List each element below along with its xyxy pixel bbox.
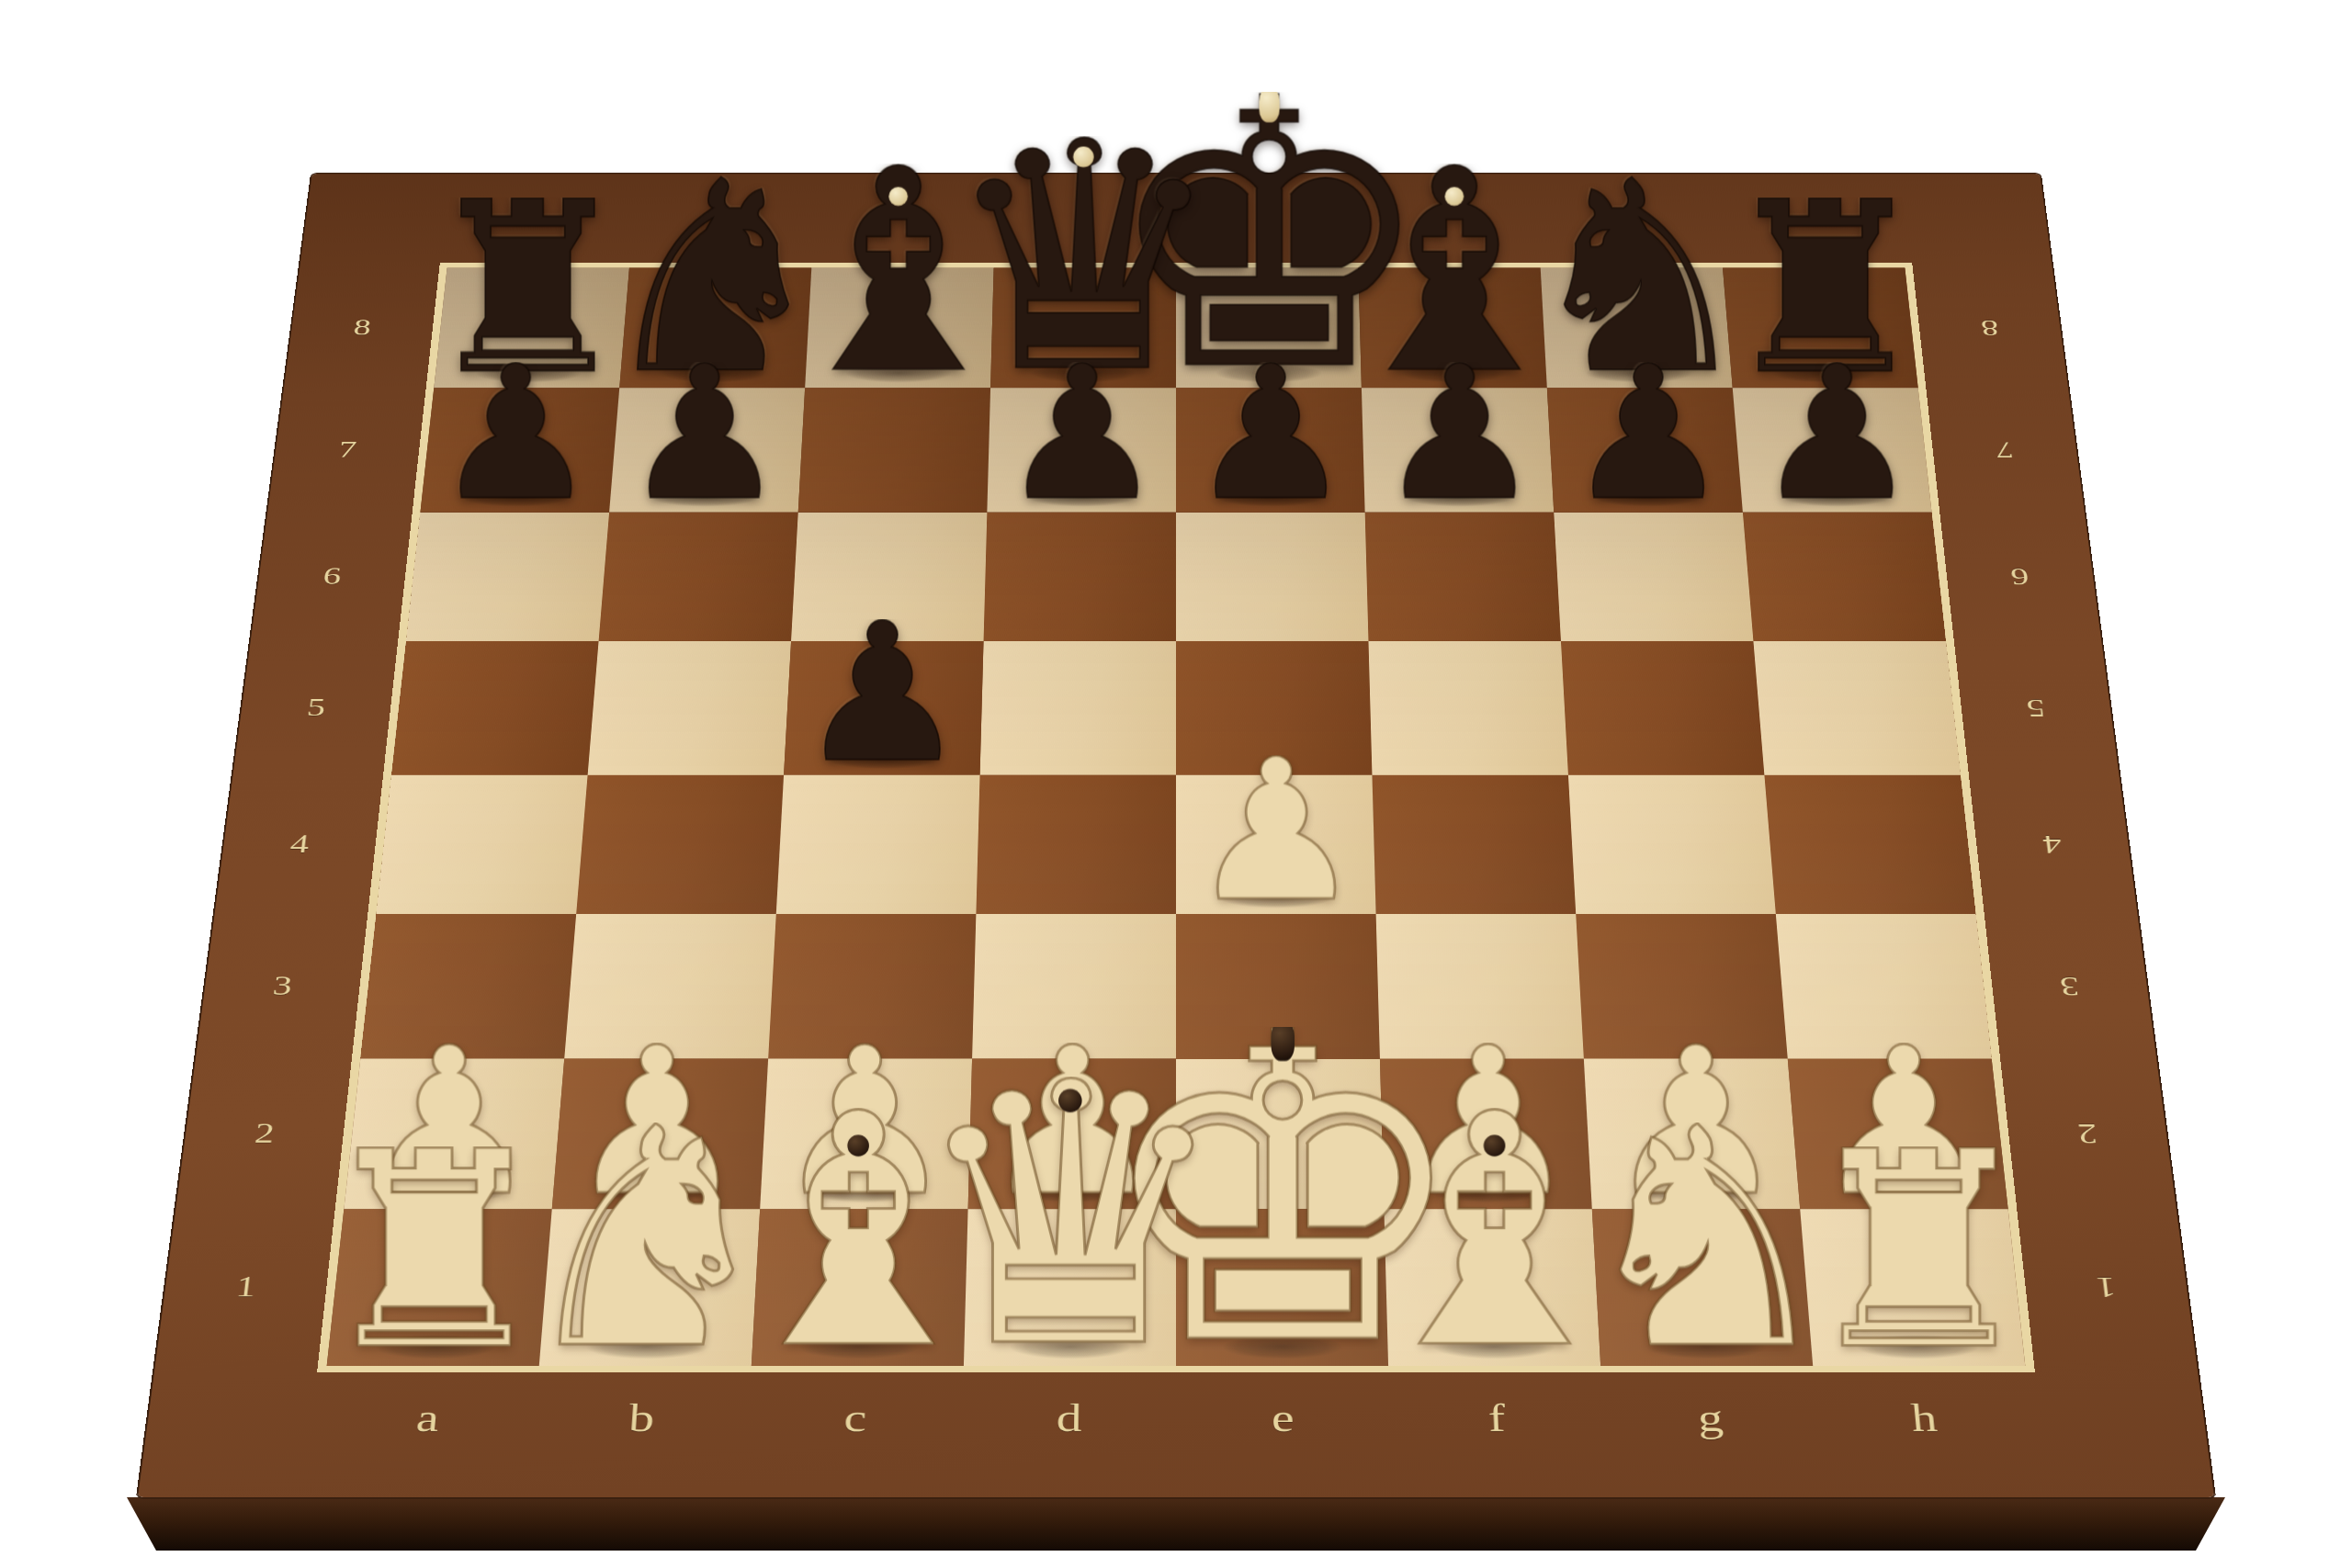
piece-glyph: ♛ [908,1077,1231,1358]
square-b7[interactable]: ♟ [609,388,805,512]
rank-label-right-8: 8 [1918,316,2062,338]
piece-glyph: ♟ [1376,362,1542,506]
dark-finial-ball [1271,1021,1295,1061]
piece-black-pawn-b7[interactable]: ♟ [621,362,786,506]
piece-glyph: ♞ [510,1122,781,1358]
square-a4[interactable] [377,775,588,914]
piece-glyph: ♟ [1565,362,1730,506]
piece-black-pawn-a7[interactable]: ♟ [433,362,598,506]
square-c7[interactable] [798,388,990,512]
piece-glyph: ♟ [999,362,1164,506]
square-f4[interactable] [1372,775,1576,914]
square-f6[interactable] [1365,513,1561,641]
file-label-c: c [748,1399,963,1438]
piece-black-pawn-e7[interactable]: ♟ [1188,362,1353,506]
rank-label-right-5: 5 [1960,695,2111,720]
file-label-g: g [1602,1399,1819,1438]
square-b4[interactable] [576,775,784,914]
piece-glyph: ♟ [433,362,598,506]
rank-label-left-6: 6 [257,564,406,588]
piece-glyph: ♟ [797,618,968,768]
file-label-f: f [1389,1399,1604,1438]
piece-black-pawn-d7[interactable]: ♟ [999,362,1164,506]
square-h7[interactable]: ♟ [1733,388,1932,512]
dark-finial-ball [847,1134,869,1156]
square-f7[interactable]: ♟ [1362,388,1554,512]
piece-glyph: ♟ [1188,754,1363,907]
piece-glyph: ♞ [1571,1122,1842,1358]
square-d7[interactable]: ♟ [987,388,1176,512]
playing-field: ♜♞♝♛♚♝♞♜♟♟♟♟♟♟♟♟♟♟♟♟♟♟♟♟♜♞♝♛♚♝♞♜ [317,263,2035,1372]
piece-black-pawn-g7[interactable]: ♟ [1565,362,1730,506]
square-g7[interactable]: ♟ [1547,388,1743,512]
square-h4[interactable] [1764,775,1975,914]
piece-white-knight-g1[interactable]: ♞ [1571,1122,1842,1358]
piece-black-pawn-c5[interactable]: ♟ [797,618,968,768]
file-label-b: b [533,1399,750,1438]
square-g1[interactable]: ♞ [1592,1209,1813,1366]
square-g6[interactable] [1554,513,1753,641]
square-b5[interactable] [588,641,791,775]
square-c5[interactable]: ♟ [784,641,983,775]
rank-label-left-5: 5 [240,695,391,720]
rank-label-right-6: 6 [1946,564,2095,588]
square-b1[interactable]: ♞ [539,1209,760,1366]
rank-label-left-4: 4 [222,831,378,857]
square-d5[interactable] [980,641,1176,775]
cream-finial-ball [1259,88,1279,123]
rank-label-right-1: 1 [2024,1272,2188,1302]
piece-white-knight-b1[interactable]: ♞ [510,1122,781,1358]
cream-finial-ball [1444,186,1464,206]
rank-label-right-3: 3 [1991,972,2149,998]
square-f1[interactable]: ♝ [1384,1209,1600,1366]
square-f5[interactable] [1368,641,1567,775]
square-a6[interactable] [406,513,609,641]
cream-finial-ball [1073,147,1093,167]
square-c4[interactable] [776,775,980,914]
file-label-d: d [962,1399,1176,1438]
dark-finial-ball [1058,1089,1082,1112]
rank-label-left-7: 7 [275,438,421,461]
piece-white-pawn-e4[interactable]: ♟ [1188,754,1363,907]
rank-label-right-4: 4 [1975,831,2131,857]
piece-glyph: ♟ [621,362,786,506]
piece-glyph: ♟ [1754,362,1919,506]
rank-label-left-8: 8 [290,316,434,338]
square-d4[interactable] [976,775,1176,914]
file-label-e: e [1176,1399,1390,1438]
square-a5[interactable] [391,641,598,775]
piece-glyph: ♟ [1188,362,1353,506]
chess-board: ♜♞♝♛♚♝♞♜♟♟♟♟♟♟♟♟♟♟♟♟♟♟♟♟♜♞♝♛♚♝♞♜ 8765432… [138,174,2214,1497]
square-b6[interactable] [599,513,798,641]
rank-label-left-1: 1 [164,1272,328,1302]
photo-background: ♜♞♝♛♚♝♞♜♟♟♟♟♟♟♟♟♟♟♟♟♟♟♟♟♜♞♝♛♚♝♞♜ 8765432… [0,0,2352,1568]
board-perspective-wrapper: ♜♞♝♛♚♝♞♜♟♟♟♟♟♟♟♟♟♟♟♟♟♟♟♟♜♞♝♛♚♝♞♜ 8765432… [138,174,2214,1497]
piece-black-pawn-f7[interactable]: ♟ [1376,362,1542,506]
square-g4[interactable] [1568,775,1776,914]
file-label-a: a [319,1399,537,1438]
dark-finial-ball [1483,1134,1505,1156]
square-a7[interactable]: ♟ [420,388,619,512]
board-side-edge [127,1497,2225,1551]
square-e6[interactable] [1176,513,1368,641]
rank-label-left-3: 3 [203,972,361,998]
square-d1[interactable]: ♛ [964,1209,1176,1366]
piece-black-pawn-h7[interactable]: ♟ [1754,362,1919,506]
square-e7[interactable]: ♟ [1176,388,1365,512]
piece-white-queen-d1[interactable]: ♛ [908,1077,1231,1358]
square-e4[interactable]: ♟ [1176,775,1376,914]
cream-finial-ball [888,186,908,206]
square-d6[interactable] [984,513,1176,641]
square-h5[interactable] [1753,641,1960,775]
rank-label-right-7: 7 [1931,438,2077,461]
file-label-h: h [1815,1399,2033,1438]
square-h6[interactable] [1743,513,1946,641]
square-grid: ♜♞♝♛♚♝♞♜♟♟♟♟♟♟♟♟♟♟♟♟♟♟♟♟♜♞♝♛♚♝♞♜ [327,268,2026,1366]
square-g5[interactable] [1561,641,1764,775]
